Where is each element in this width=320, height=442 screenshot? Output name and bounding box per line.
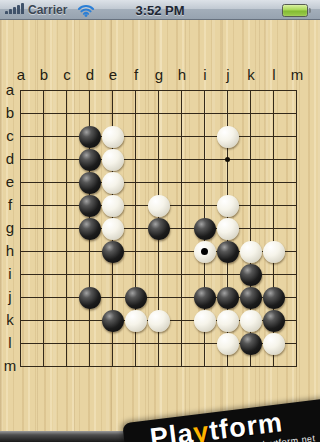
black-stone[interactable] <box>79 287 101 309</box>
white-stone[interactable] <box>263 333 285 355</box>
white-stone[interactable] <box>102 172 124 194</box>
white-stone[interactable] <box>102 195 124 217</box>
black-stone[interactable] <box>217 287 239 309</box>
white-stone[interactable] <box>194 241 216 263</box>
black-stone[interactable] <box>148 218 170 240</box>
white-stone[interactable] <box>148 195 170 217</box>
coord-label-top: f <box>128 66 144 84</box>
black-stone[interactable] <box>125 287 147 309</box>
white-stone[interactable] <box>263 241 285 263</box>
coord-label-left: a <box>2 81 18 99</box>
black-stone[interactable] <box>79 195 101 217</box>
black-stone[interactable] <box>240 287 262 309</box>
white-stone[interactable] <box>148 310 170 332</box>
black-stone[interactable] <box>217 241 239 263</box>
last-move-marker <box>201 248 208 255</box>
white-stone[interactable] <box>194 310 216 332</box>
black-stone[interactable] <box>240 264 262 286</box>
white-stone[interactable] <box>217 218 239 240</box>
board-grid[interactable] <box>20 90 297 367</box>
coord-label-top: j <box>220 66 236 84</box>
coord-label-left: h <box>2 242 18 260</box>
black-stone[interactable] <box>79 126 101 148</box>
black-stone[interactable] <box>79 172 101 194</box>
brand-logo: Playtform <box>148 407 284 442</box>
black-stone[interactable] <box>263 287 285 309</box>
coord-label-left: b <box>2 104 18 122</box>
coord-label-top: l <box>266 66 282 84</box>
coord-label-left: m <box>2 357 18 375</box>
black-stone[interactable] <box>263 310 285 332</box>
coord-label-left: d <box>2 150 18 168</box>
coord-label-top: c <box>59 66 75 84</box>
white-stone[interactable] <box>217 126 239 148</box>
coord-label-top: i <box>197 66 213 84</box>
white-stone[interactable] <box>125 310 147 332</box>
white-stone[interactable] <box>240 241 262 263</box>
coord-label-top: b <box>36 66 52 84</box>
coord-label-top: m <box>289 66 305 84</box>
white-stone[interactable] <box>240 310 262 332</box>
coord-label-left: e <box>2 173 18 191</box>
go-board[interactable]: abcdefghijklm abcdefghijklm <box>0 20 320 390</box>
coord-label-left: l <box>2 334 18 352</box>
black-stone[interactable] <box>102 310 124 332</box>
white-stone[interactable] <box>217 310 239 332</box>
star-point <box>225 157 230 162</box>
coord-label-top: g <box>151 66 167 84</box>
coord-label-left: f <box>2 196 18 214</box>
black-stone[interactable] <box>79 149 101 171</box>
clock: 3:52 PM <box>0 3 320 18</box>
coord-label-left: j <box>2 288 18 306</box>
coord-label-top: d <box>82 66 98 84</box>
watermark-banner[interactable]: Playtform www.playtform.net <box>122 398 320 442</box>
coord-label-left: i <box>2 265 18 283</box>
black-stone[interactable] <box>240 333 262 355</box>
white-stone[interactable] <box>217 333 239 355</box>
black-stone[interactable] <box>194 218 216 240</box>
white-stone[interactable] <box>102 149 124 171</box>
coord-label-top: e <box>105 66 121 84</box>
white-stone[interactable] <box>102 126 124 148</box>
iphone-screen: Carrier 3:52 PM abcdefghijklm abcdefghij… <box>0 0 320 442</box>
black-stone[interactable] <box>79 218 101 240</box>
white-stone[interactable] <box>102 218 124 240</box>
black-stone[interactable] <box>102 241 124 263</box>
status-bar: Carrier 3:52 PM <box>0 0 320 20</box>
coord-label-top: h <box>174 66 190 84</box>
coord-label-left: g <box>2 219 18 237</box>
coord-label-left: c <box>2 127 18 145</box>
coord-label-top: k <box>243 66 259 84</box>
black-stone[interactable] <box>194 287 216 309</box>
white-stone[interactable] <box>217 195 239 217</box>
coord-label-left: k <box>2 311 18 329</box>
battery-icon <box>282 4 308 17</box>
